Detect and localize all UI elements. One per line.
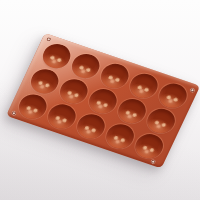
cavity [39,40,75,71]
cavity-reflection-highlight [49,55,55,60]
cavity [126,70,162,101]
cavity [15,91,51,122]
cavity-reflection-highlight [37,80,43,85]
cavity-reflection-highlight [83,125,89,130]
cavity-reflection-highlight [54,116,60,121]
cavity [143,105,179,136]
cavity [68,50,104,81]
cavity [27,65,63,96]
cavity-reflection-highlight [95,100,101,105]
cavity-reflection-highlight [124,110,130,115]
cavity [131,130,167,161]
cavity [114,95,150,126]
cavity [155,80,191,111]
cavity-reflection-highlight [154,120,160,125]
cavity-reflection-highlight [66,90,72,95]
cavity [85,85,121,116]
cavity-reflection-highlight [107,75,113,80]
cavity-reflection-highlight [113,135,119,140]
photo-background [0,0,200,200]
cavity [56,75,92,106]
cavity [73,110,109,141]
silicone-mold [6,33,200,168]
cavity-grid [6,33,200,168]
cavity [97,60,133,91]
cavity-reflection-highlight [25,106,31,111]
cavity [44,100,80,131]
cavity [102,120,138,151]
cavity-reflection-highlight [78,65,84,70]
cavity-reflection-highlight [142,145,148,150]
cavity-reflection-highlight [165,95,171,100]
cavity-reflection-highlight [136,85,142,90]
